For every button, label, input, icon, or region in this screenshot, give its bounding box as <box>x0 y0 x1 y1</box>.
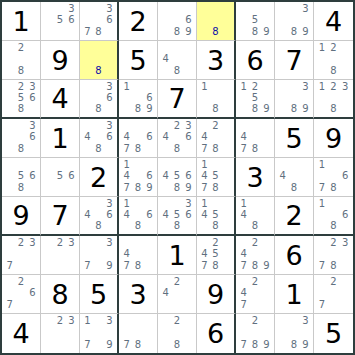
pencil-mark-7: 7 <box>199 182 210 194</box>
pencil-mark-3 <box>183 42 194 54</box>
pencil-mark-1 <box>238 120 249 132</box>
pencil-mark-1 <box>160 159 171 171</box>
given-digit: 8 <box>41 275 79 313</box>
pencil-mark-3 <box>300 159 311 171</box>
cell-r2c4[interactable]: 5 <box>119 41 158 80</box>
cell-r7c8[interactable]: 6 <box>275 236 314 275</box>
cell-r2c5[interactable]: 48 <box>158 41 197 80</box>
pencil-mark-4 <box>316 288 328 300</box>
pencil-mark-3 <box>261 81 272 92</box>
cell-r6c1[interactable]: 9 <box>2 197 41 236</box>
pencil-mark-1 <box>43 315 54 327</box>
pencil-mark-9 <box>183 65 194 77</box>
pencil-mark-3 <box>221 159 232 171</box>
pencil-mark-4 <box>4 171 15 183</box>
cell-r5c9[interactable]: 1678 <box>314 158 353 197</box>
pencil-mark-6 <box>144 249 155 261</box>
cell-r3c3[interactable]: 368 <box>80 80 119 119</box>
pencil-mark-3 <box>144 159 155 171</box>
pencil-mark-5 <box>93 209 104 220</box>
pencil-mark-5 <box>288 171 299 183</box>
cell-r3c9[interactable]: 1238 <box>314 80 353 119</box>
given-digit: 6 <box>197 314 234 353</box>
pencil-mark-3 <box>339 159 351 171</box>
pencil-mark-8: 8 <box>132 339 143 351</box>
pencil-mark-8: 8 <box>132 143 143 155</box>
pencil-mark-5: 5 <box>171 171 182 183</box>
given-digit: 9 <box>41 41 79 79</box>
pencil-mark-4 <box>82 54 93 66</box>
pencil-mark-5 <box>132 171 143 183</box>
pencil-mark-5: 5 <box>210 249 221 261</box>
cell-r5c8[interactable]: 48 <box>275 158 314 197</box>
pencil-mark-5 <box>54 327 65 339</box>
pencil-mark-2: 2 <box>15 237 26 249</box>
cell-r2c3[interactable]: 8 <box>80 41 119 80</box>
pencil-mark-4 <box>316 209 328 220</box>
pencil-mark-1 <box>121 237 132 249</box>
pencil-mark-6 <box>27 54 38 66</box>
pencil-mark-5 <box>171 327 182 339</box>
pencil-mark-2: 2 <box>171 120 182 132</box>
cell-r6c6[interactable]: 1458 <box>197 197 236 236</box>
cell-r8c1[interactable]: 267 <box>2 275 41 314</box>
cell-r3c5[interactable]: 7 <box>158 80 197 119</box>
cell-r7c5[interactable]: 1 <box>158 236 197 275</box>
pencil-mark-6 <box>261 249 272 261</box>
cell-r6c5[interactable]: 34568 <box>158 197 197 236</box>
pencil-mark-3 <box>66 159 77 171</box>
pencil-mark-4: 4 <box>199 209 210 220</box>
pencil-mark-2 <box>171 42 182 54</box>
pencil-mark-9 <box>339 221 351 232</box>
pencil-mark-6: 6 <box>144 132 155 144</box>
pencil-mark-9 <box>339 299 351 311</box>
cell-r9c7[interactable]: 2789 <box>236 314 275 353</box>
cell-r9c5[interactable]: 28 <box>158 314 197 353</box>
cell-r1c3[interactable]: 3678 <box>80 2 119 41</box>
pencil-mark-9 <box>261 143 272 155</box>
pencil-mark-3: 3 <box>104 315 115 327</box>
pencil-mark-4 <box>160 15 171 27</box>
pencil-mark-4: 4 <box>238 249 249 261</box>
pencil-mark-2 <box>15 120 26 132</box>
cell-r2c7[interactable]: 6 <box>236 41 275 80</box>
cell-r5c6[interactable]: 14578 <box>197 158 236 197</box>
pencil-mark-2 <box>132 120 143 132</box>
pencil-marks: 24578 <box>199 237 232 272</box>
pencil-mark-7 <box>160 299 171 311</box>
pencil-mark-2 <box>210 81 221 92</box>
cell-r5c2[interactable]: 56 <box>41 158 80 197</box>
pencil-mark-5 <box>328 249 340 261</box>
cell-r9c4[interactable]: 78 <box>119 314 158 353</box>
cell-r4c3[interactable]: 3468 <box>80 119 119 158</box>
pencil-mark-4: 4 <box>277 171 288 183</box>
pencil-mark-4 <box>238 92 249 103</box>
cell-r7c1[interactable]: 237 <box>2 236 41 275</box>
pencil-mark-7 <box>82 221 93 232</box>
pencil-mark-6: 6 <box>104 15 115 27</box>
pencil-mark-4: 4 <box>160 288 171 300</box>
pencil-mark-8: 8 <box>288 182 299 194</box>
pencil-mark-4: 4 <box>82 209 93 220</box>
given-digit: 5 <box>314 314 353 353</box>
pencil-mark-2: 2 <box>328 42 340 54</box>
pencil-mark-8: 8 <box>171 339 182 351</box>
cell-r2c8[interactable]: 7 <box>275 41 314 80</box>
pencil-mark-2 <box>171 159 182 171</box>
cell-r8c2[interactable]: 8 <box>41 275 80 314</box>
pencil-mark-4 <box>277 15 288 27</box>
pencil-mark-7: 7 <box>82 260 93 272</box>
pencil-mark-9 <box>104 65 115 77</box>
pencil-mark-9 <box>144 339 155 351</box>
pencil-mark-9 <box>66 339 77 351</box>
pencil-mark-8 <box>93 339 104 351</box>
cell-r7c3[interactable]: 379 <box>80 236 119 275</box>
pencil-mark-7 <box>160 65 171 77</box>
pencil-mark-9: 9 <box>300 26 311 38</box>
cell-r1c7[interactable]: 589 <box>236 2 275 41</box>
pencil-mark-8: 8 <box>93 143 104 155</box>
pencil-mark-5 <box>93 15 104 27</box>
pencil-mark-4 <box>277 327 288 339</box>
pencil-mark-4 <box>43 327 54 339</box>
pencil-mark-5: 5 <box>15 171 26 183</box>
pencil-marks: 478 <box>238 120 272 155</box>
cell-r2c6[interactable]: 3 <box>197 41 236 80</box>
pencil-mark-8: 8 <box>249 104 260 115</box>
pencil-mark-2: 2 <box>249 81 260 92</box>
pencil-mark-3: 3 <box>104 198 115 209</box>
pencil-mark-7 <box>160 339 171 351</box>
pencil-mark-3 <box>144 198 155 209</box>
pencil-mark-7: 7 <box>316 260 328 272</box>
pencil-mark-8 <box>54 26 65 38</box>
pencil-mark-7: 7 <box>199 260 210 272</box>
pencil-mark-6: 6 <box>144 171 155 183</box>
pencil-marks: 589 <box>238 3 272 38</box>
pencil-mark-4 <box>238 15 249 27</box>
cell-r8c6[interactable]: 9 <box>197 275 236 314</box>
cell-r4c1[interactable]: 368 <box>2 119 41 158</box>
pencil-marks: 1458 <box>199 198 232 232</box>
pencil-mark-7 <box>43 260 54 272</box>
pencil-mark-6: 6 <box>104 92 115 103</box>
pencil-mark-7: 7 <box>316 299 328 311</box>
pencil-mark-7 <box>4 182 15 194</box>
cell-r9c2[interactable]: 23 <box>41 314 80 353</box>
pencil-mark-8: 8 <box>171 65 182 77</box>
cell-r4c8[interactable]: 5 <box>275 119 314 158</box>
cell-r3c7[interactable]: 12589 <box>236 80 275 119</box>
pencil-mark-6 <box>300 327 311 339</box>
pencil-mark-6 <box>221 249 232 261</box>
pencil-mark-2: 2 <box>328 276 340 288</box>
pencil-mark-6 <box>339 249 351 261</box>
pencil-mark-2 <box>288 315 299 327</box>
pencil-marks: 128 <box>316 42 351 77</box>
cell-r8c3[interactable]: 5 <box>80 275 119 314</box>
pencil-mark-1 <box>82 3 93 15</box>
pencil-mark-3: 3 <box>27 237 38 249</box>
cell-r6c4[interactable]: 1468 <box>119 197 158 236</box>
pencil-mark-6 <box>339 54 351 66</box>
pencil-mark-8: 8 <box>93 65 104 77</box>
pencil-mark-8: 8 <box>210 260 221 272</box>
pencil-mark-5 <box>171 288 182 300</box>
cell-r6c2[interactable]: 7 <box>41 197 80 236</box>
cell-r4c5[interactable]: 23468 <box>158 119 197 158</box>
pencil-mark-2 <box>249 3 260 15</box>
cell-r7c9[interactable]: 2378 <box>314 236 353 275</box>
pencil-mark-4 <box>316 249 328 261</box>
pencil-mark-7 <box>160 26 171 38</box>
pencil-mark-6 <box>300 15 311 27</box>
pencil-marks: 146789 <box>121 159 155 194</box>
cell-r7c2[interactable]: 23 <box>41 236 80 275</box>
pencil-mark-6: 6 <box>144 209 155 220</box>
pencil-mark-5: 5 <box>54 15 65 27</box>
pencil-mark-2 <box>54 159 65 171</box>
cell-r5c4[interactable]: 146789 <box>119 158 158 197</box>
pencil-mark-4 <box>4 54 15 66</box>
pencil-mark-8: 8 <box>210 221 221 232</box>
cell-r3c6[interactable]: 18 <box>197 80 236 119</box>
cell-r3c8[interactable]: 389 <box>275 80 314 119</box>
pencil-mark-6 <box>183 288 194 300</box>
pencil-marks: 12589 <box>238 81 272 115</box>
pencil-mark-4: 4 <box>160 54 171 66</box>
pencil-mark-5: 5 <box>210 171 221 183</box>
cell-r8c5[interactable]: 24 <box>158 275 197 314</box>
pencil-mark-7 <box>160 221 171 232</box>
pencil-mark-1: 1 <box>82 315 93 327</box>
pencil-mark-7 <box>316 221 328 232</box>
cell-r8c9[interactable]: 27 <box>314 275 353 314</box>
pencil-mark-8: 8 <box>328 65 340 77</box>
pencil-mark-6 <box>104 249 115 261</box>
pencil-marks: 23568 <box>4 81 38 115</box>
cell-r4c4[interactable]: 4678 <box>119 119 158 158</box>
cell-r6c3[interactable]: 3468 <box>80 197 119 236</box>
pencil-mark-1: 1 <box>199 81 210 92</box>
cell-r9c6[interactable]: 6 <box>197 314 236 353</box>
pencil-mark-5 <box>328 92 340 103</box>
pencil-mark-1 <box>82 237 93 249</box>
pencil-mark-1 <box>277 315 288 327</box>
cell-r5c7[interactable]: 3 <box>236 158 275 197</box>
pencil-marks: 27 <box>316 276 351 311</box>
pencil-mark-3: 3 <box>183 120 194 132</box>
pencil-marks: 14578 <box>199 159 232 194</box>
pencil-mark-1 <box>4 237 15 249</box>
pencil-marks: 168 <box>316 198 351 232</box>
pencil-mark-2 <box>288 159 299 171</box>
pencil-mark-4 <box>4 249 15 261</box>
pencil-mark-3: 3 <box>66 3 77 15</box>
pencil-mark-9: 9 <box>261 260 272 272</box>
pencil-mark-2: 2 <box>54 315 65 327</box>
cell-r4c2[interactable]: 1 <box>41 119 80 158</box>
pencil-marks: 2378 <box>316 237 351 272</box>
pencil-mark-6 <box>221 209 232 220</box>
pencil-mark-8: 8 <box>171 221 182 232</box>
pencil-mark-4: 4 <box>199 249 210 261</box>
cell-r2c9[interactable]: 128 <box>314 41 353 80</box>
cell-r3c1[interactable]: 23568 <box>2 80 41 119</box>
pencil-mark-3 <box>183 3 194 15</box>
pencil-mark-4 <box>238 327 249 339</box>
pencil-mark-8: 8 <box>249 26 260 38</box>
given-digit: 1 <box>2 2 40 40</box>
cell-r6c8[interactable]: 2 <box>275 197 314 236</box>
cell-r7c4[interactable]: 478 <box>119 236 158 275</box>
pencil-mark-1 <box>160 3 171 15</box>
pencil-mark-8: 8 <box>171 182 182 194</box>
cell-r5c3[interactable]: 2 <box>80 158 119 197</box>
pencil-mark-2 <box>54 3 65 15</box>
pencil-mark-8: 8 <box>288 26 299 38</box>
pencil-mark-2: 2 <box>171 315 182 327</box>
pencil-mark-4 <box>316 92 328 103</box>
cell-r7c6[interactable]: 24578 <box>197 236 236 275</box>
pencil-mark-5 <box>15 249 26 261</box>
cell-r1c8[interactable]: 389 <box>275 2 314 41</box>
pencil-mark-3 <box>261 237 272 249</box>
cell-r4c7[interactable]: 478 <box>236 119 275 158</box>
pencil-mark-5: 5 <box>210 209 221 220</box>
cell-r6c9[interactable]: 168 <box>314 197 353 236</box>
pencil-mark-3: 3 <box>104 120 115 132</box>
pencil-mark-3: 3 <box>66 237 77 249</box>
pencil-mark-6: 6 <box>66 15 77 27</box>
cell-r8c4[interactable]: 3 <box>119 275 158 314</box>
pencil-mark-3 <box>144 315 155 327</box>
pencil-mark-1: 1 <box>121 198 132 209</box>
cell-r7c7[interactable]: 24789 <box>236 236 275 275</box>
pencil-mark-9 <box>339 260 351 272</box>
cell-r1c5[interactable]: 689 <box>158 2 197 41</box>
pencil-mark-2: 2 <box>54 237 65 249</box>
pencil-mark-9 <box>261 221 272 232</box>
pencil-mark-8: 8 <box>93 221 104 232</box>
pencil-mark-1: 1 <box>238 81 249 92</box>
pencil-mark-9 <box>300 182 311 194</box>
pencil-mark-6 <box>27 249 38 261</box>
pencil-mark-1 <box>4 42 15 54</box>
pencil-mark-7 <box>238 221 249 232</box>
cell-r6c7[interactable]: 148 <box>236 197 275 236</box>
pencil-mark-3: 3 <box>300 315 311 327</box>
pencil-mark-8 <box>54 260 65 272</box>
pencil-mark-2 <box>93 198 104 209</box>
pencil-mark-7 <box>316 65 328 77</box>
given-digit: 9 <box>314 119 353 157</box>
pencil-mark-8: 8 <box>249 143 260 155</box>
pencil-marks: 389 <box>277 3 311 38</box>
pencil-mark-8: 8 <box>328 104 340 115</box>
pencil-mark-6 <box>261 288 272 300</box>
pencil-marks: 28 <box>160 315 194 351</box>
cell-r3c2[interactable]: 4 <box>41 80 80 119</box>
cell-r2c2[interactable]: 9 <box>41 41 80 80</box>
cell-r1c4[interactable]: 2 <box>119 2 158 41</box>
cell-r5c5[interactable]: 45689 <box>158 158 197 197</box>
pencil-mark-8: 8 <box>171 143 182 155</box>
cell-r2c1[interactable]: 28 <box>2 41 41 80</box>
pencil-mark-7: 7 <box>121 339 132 351</box>
pencil-mark-1 <box>43 237 54 249</box>
pencil-mark-6: 6 <box>27 288 38 300</box>
cell-r1c2[interactable]: 356 <box>41 2 80 41</box>
pencil-mark-3: 3 <box>183 198 194 209</box>
pencil-mark-5 <box>210 132 221 144</box>
pencil-mark-8: 8 <box>93 104 104 115</box>
pencil-mark-2 <box>93 315 104 327</box>
pencil-mark-5 <box>15 132 26 144</box>
pencil-mark-3: 3 <box>104 81 115 92</box>
pencil-mark-9 <box>261 299 272 311</box>
pencil-mark-5 <box>132 327 143 339</box>
pencil-marks: 3678 <box>82 3 115 38</box>
pencil-mark-7: 7 <box>199 143 210 155</box>
pencil-mark-9: 9 <box>261 26 272 38</box>
cell-r9c3[interactable]: 1379 <box>80 314 119 353</box>
pencil-mark-2: 2 <box>210 120 221 132</box>
pencil-mark-6 <box>300 92 311 103</box>
cell-r4c6[interactable]: 2478 <box>197 119 236 158</box>
cell-r3c4[interactable]: 1689 <box>119 80 158 119</box>
pencil-mark-2: 2 <box>249 237 260 249</box>
pencil-mark-4 <box>121 327 132 339</box>
cell-r9c8[interactable]: 389 <box>275 314 314 353</box>
pencil-mark-9 <box>221 182 232 194</box>
pencil-mark-4 <box>199 92 210 103</box>
pencil-marks: 48 <box>277 159 311 194</box>
pencil-mark-1: 1 <box>199 159 210 171</box>
cell-r9c9[interactable]: 5 <box>314 314 353 353</box>
pencil-mark-6 <box>221 132 232 144</box>
pencil-mark-8: 8 <box>93 26 104 38</box>
cell-r8c7[interactable]: 247 <box>236 275 275 314</box>
pencil-mark-1 <box>82 120 93 132</box>
pencil-mark-3 <box>183 159 194 171</box>
cell-r1c6[interactable]: 8 <box>197 2 236 41</box>
cell-r9c1[interactable]: 4 <box>2 314 41 353</box>
pencil-mark-5 <box>171 54 182 66</box>
pencil-mark-5 <box>15 288 26 300</box>
cell-r4c9[interactable]: 9 <box>314 119 353 158</box>
pencil-mark-5 <box>249 209 260 220</box>
pencil-mark-9: 9 <box>144 182 155 194</box>
given-digit: 7 <box>158 80 196 117</box>
cell-r8c8[interactable]: 1 <box>275 275 314 314</box>
pencil-mark-1 <box>316 276 328 288</box>
cell-r5c1[interactable]: 568 <box>2 158 41 197</box>
cell-r1c1[interactable]: 1 <box>2 2 41 41</box>
cell-r1c9[interactable]: 4 <box>314 2 353 41</box>
pencil-mark-8: 8 <box>132 104 143 115</box>
pencil-marks: 237 <box>4 237 38 272</box>
pencil-mark-8: 8 <box>328 182 340 194</box>
pencil-mark-1 <box>238 315 249 327</box>
pencil-mark-8: 8 <box>328 260 340 272</box>
pencil-mark-7 <box>121 221 132 232</box>
pencil-mark-1 <box>43 159 54 171</box>
pencil-mark-3 <box>339 42 351 54</box>
